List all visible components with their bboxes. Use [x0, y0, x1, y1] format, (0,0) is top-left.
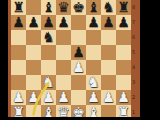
square-e4[interactable]: ♟ — [71, 60, 86, 75]
square-e8[interactable]: ♚ — [71, 0, 86, 15]
chess-board[interactable]: ♜♝♛♚♝♞♜♟♟♟♟♟♟♟♞♟♟♞♞♟♟♟♟♟♟♟♜♝♛♚♝♜ — [11, 0, 131, 120]
square-f2[interactable]: ♟ — [86, 90, 101, 105]
square-h7[interactable]: ♟ — [116, 15, 131, 30]
square-c8[interactable]: ♝ — [41, 0, 56, 15]
piece-black-pawn-g7[interactable]: ♟ — [101, 15, 116, 30]
piece-white-pawn-c2[interactable]: ♟ — [41, 90, 56, 105]
square-d2[interactable]: ♟ — [56, 90, 71, 105]
piece-white-pawn-g2[interactable]: ♟ — [101, 90, 116, 105]
square-c7[interactable]: ♟ — [41, 15, 56, 30]
square-h6[interactable] — [116, 30, 131, 45]
square-h5[interactable] — [116, 45, 131, 60]
square-g2[interactable]: ♟ — [101, 90, 116, 105]
square-g3[interactable] — [101, 75, 116, 90]
square-h8[interactable]: ♜ — [116, 0, 131, 15]
piece-white-knight-c3[interactable]: ♞ — [41, 75, 56, 90]
square-d4[interactable] — [56, 60, 71, 75]
square-f3[interactable]: ♞ — [86, 75, 101, 90]
square-a8[interactable]: ♜ — [11, 0, 26, 15]
square-a5[interactable] — [11, 45, 26, 60]
piece-white-pawn-h2[interactable]: ♟ — [116, 90, 131, 105]
piece-black-king-e8[interactable]: ♚ — [71, 0, 86, 15]
piece-black-pawn-b7[interactable]: ♟ — [26, 15, 41, 30]
square-e6[interactable] — [71, 30, 86, 45]
square-c2[interactable]: ♟ — [41, 90, 56, 105]
piece-black-bishop-f8[interactable]: ♝ — [86, 0, 101, 15]
square-b6[interactable] — [26, 30, 41, 45]
piece-black-pawn-c7[interactable]: ♟ — [41, 15, 56, 30]
square-b2[interactable]: ♟ — [26, 90, 41, 105]
rank-label-7: 7 — [132, 15, 138, 30]
video-frame: 87654321 ♜♝♛♚♝♞♜♟♟♟♟♟♟♟♞♟♟♞♞♟♟♟♟♟♟♟♜♝♛♚♝… — [0, 0, 160, 120]
piece-white-pawn-d2[interactable]: ♟ — [56, 90, 71, 105]
square-b3[interactable] — [26, 75, 41, 90]
square-d8[interactable]: ♛ — [56, 0, 71, 15]
rank-label-8: 8 — [132, 0, 138, 15]
square-h4[interactable] — [116, 60, 131, 75]
square-e3[interactable] — [71, 75, 86, 90]
square-f6[interactable] — [86, 30, 101, 45]
piece-black-knight-c6[interactable]: ♞ — [41, 30, 56, 45]
piece-white-pawn-f2[interactable]: ♟ — [86, 90, 101, 105]
square-g8[interactable]: ♞ — [101, 0, 116, 15]
square-f8[interactable]: ♝ — [86, 0, 101, 15]
square-a2[interactable]: ♟ — [11, 90, 26, 105]
square-h2[interactable]: ♟ — [116, 90, 131, 105]
piece-black-pawn-e5[interactable]: ♟ — [71, 45, 86, 60]
square-b4[interactable] — [26, 60, 41, 75]
square-b7[interactable]: ♟ — [26, 15, 41, 30]
piece-black-pawn-f7[interactable]: ♟ — [86, 15, 101, 30]
square-h3[interactable] — [116, 75, 131, 90]
square-f4[interactable] — [86, 60, 101, 75]
piece-black-knight-g8[interactable]: ♞ — [101, 0, 116, 15]
square-g5[interactable] — [101, 45, 116, 60]
rank-label-4: 4 — [132, 60, 138, 75]
piece-black-pawn-a7[interactable]: ♟ — [11, 15, 26, 30]
square-d6[interactable] — [56, 30, 71, 45]
square-c5[interactable] — [41, 45, 56, 60]
square-a3[interactable] — [11, 75, 26, 90]
rank-labels: 87654321 — [131, 0, 140, 117]
rank-label-6: 6 — [132, 30, 138, 45]
rank-label-2: 2 — [132, 90, 138, 105]
square-g7[interactable]: ♟ — [101, 15, 116, 30]
square-c3[interactable]: ♞ — [41, 75, 56, 90]
square-a6[interactable] — [11, 30, 26, 45]
piece-white-pawn-b2[interactable]: ♟ — [26, 90, 41, 105]
piece-black-bishop-c8[interactable]: ♝ — [41, 0, 56, 15]
square-e7[interactable] — [71, 15, 86, 30]
piece-black-pawn-h7[interactable]: ♟ — [116, 15, 131, 30]
square-b5[interactable] — [26, 45, 41, 60]
square-d7[interactable]: ♟ — [56, 15, 71, 30]
square-f7[interactable]: ♟ — [86, 15, 101, 30]
piece-white-knight-f3[interactable]: ♞ — [86, 75, 101, 90]
square-d3[interactable] — [56, 75, 71, 90]
rank-label-5: 5 — [132, 45, 138, 60]
square-e5[interactable]: ♟ — [71, 45, 86, 60]
piece-black-rook-a8[interactable]: ♜ — [11, 0, 26, 15]
board-border-right: 87654321 — [131, 0, 140, 117]
square-g6[interactable] — [101, 30, 116, 45]
square-c6[interactable]: ♞ — [41, 30, 56, 45]
letterbox-bottom — [0, 117, 160, 120]
square-g4[interactable] — [101, 60, 116, 75]
piece-black-rook-h8[interactable]: ♜ — [116, 0, 131, 15]
square-f5[interactable] — [86, 45, 101, 60]
piece-white-pawn-a2[interactable]: ♟ — [11, 90, 26, 105]
square-b8[interactable] — [26, 0, 41, 15]
piece-black-queen-d8[interactable]: ♛ — [56, 0, 71, 15]
square-a7[interactable]: ♟ — [11, 15, 26, 30]
square-c4[interactable] — [41, 60, 56, 75]
piece-black-pawn-d7[interactable]: ♟ — [56, 15, 71, 30]
square-e2[interactable] — [71, 90, 86, 105]
rank-label-3: 3 — [132, 75, 138, 90]
square-a4[interactable] — [11, 60, 26, 75]
square-d5[interactable] — [56, 45, 71, 60]
piece-white-pawn-e4[interactable]: ♟ — [71, 60, 86, 75]
